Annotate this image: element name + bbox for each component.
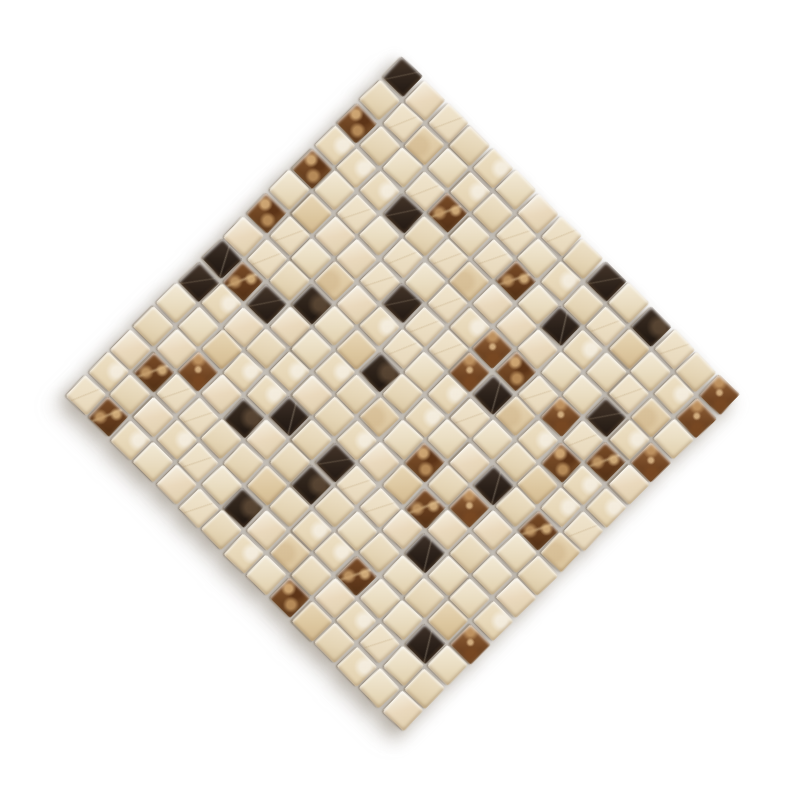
product-photo-stage [0, 0, 800, 800]
mosaic-board [65, 57, 740, 732]
